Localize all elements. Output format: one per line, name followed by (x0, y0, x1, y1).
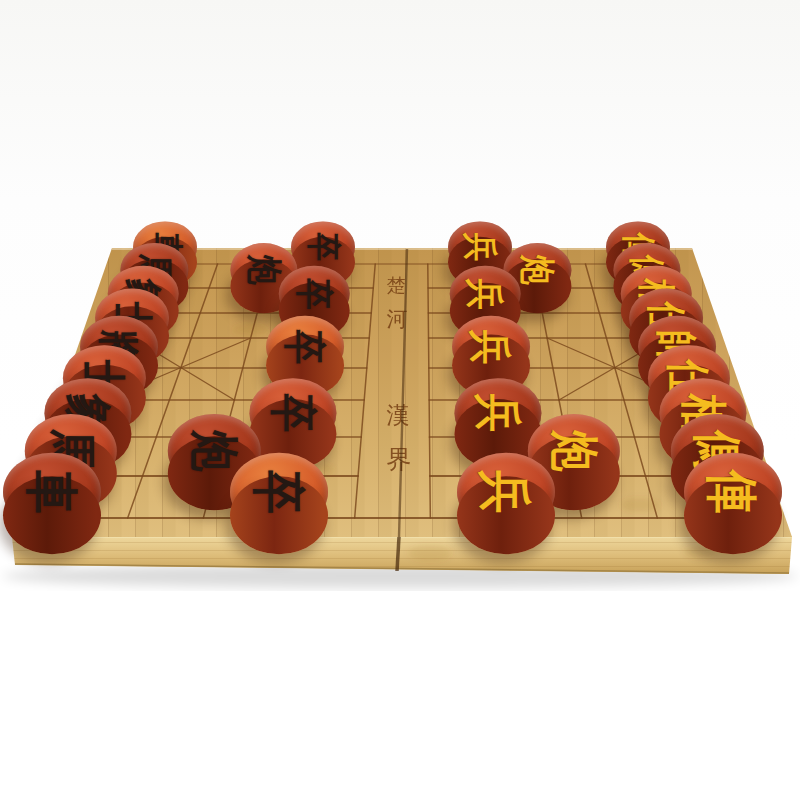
pieces-layer: 車馬象士將士象馬車炮炮卒卒卒卒卒兵兵兵兵兵炮炮俥傌相仕帥仕相傌俥 (0, 0, 800, 800)
piece-black-chariot[interactable]: 車 (3, 452, 101, 530)
piece-black-soldier[interactable]: 卒 (279, 266, 350, 322)
photo-stage: 楚 河 漢 界 車馬象士將士象馬車炮炮卒卒卒卒卒兵兵兵兵兵炮炮俥傌相仕帥仕相傌俥 (0, 0, 800, 800)
piece-character: 俥 (694, 451, 772, 531)
piece-red-chariot[interactable]: 俥 (684, 452, 782, 530)
piece-black-soldier[interactable]: 卒 (266, 316, 344, 378)
piece-character: 兵 (467, 451, 545, 531)
piece-red-soldier[interactable]: 兵 (454, 379, 541, 449)
piece-character: 兵 (463, 378, 533, 449)
piece-character: 卒 (240, 451, 318, 531)
piece-black-soldier[interactable]: 卒 (230, 452, 328, 530)
piece-character: 卒 (258, 378, 328, 449)
piece-character: 卒 (274, 315, 336, 379)
piece-black-soldier[interactable]: 卒 (249, 379, 336, 449)
piece-red-soldier[interactable]: 兵 (457, 452, 555, 530)
piece-character: 車 (13, 451, 91, 531)
piece-character: 兵 (460, 315, 522, 379)
piece-red-soldier[interactable]: 兵 (450, 266, 521, 322)
piece-red-soldier[interactable]: 兵 (452, 316, 530, 378)
